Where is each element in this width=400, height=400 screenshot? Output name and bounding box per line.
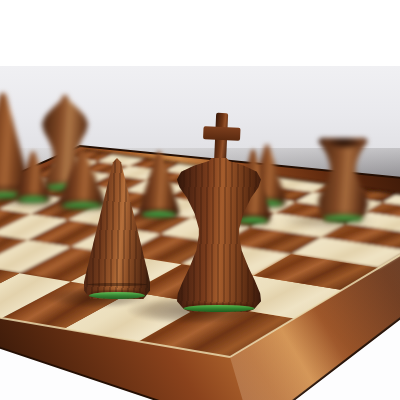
piece-pawn[interactable] [84,158,150,299]
rook-hollow-top [325,138,362,148]
piece-pawn[interactable] [16,151,50,203]
piece-king[interactable] [177,113,261,312]
king-cross-finial [201,112,241,164]
pieces-layer [0,0,400,400]
product-photo-scene [0,0,400,400]
piece-rook[interactable] [318,138,368,222]
